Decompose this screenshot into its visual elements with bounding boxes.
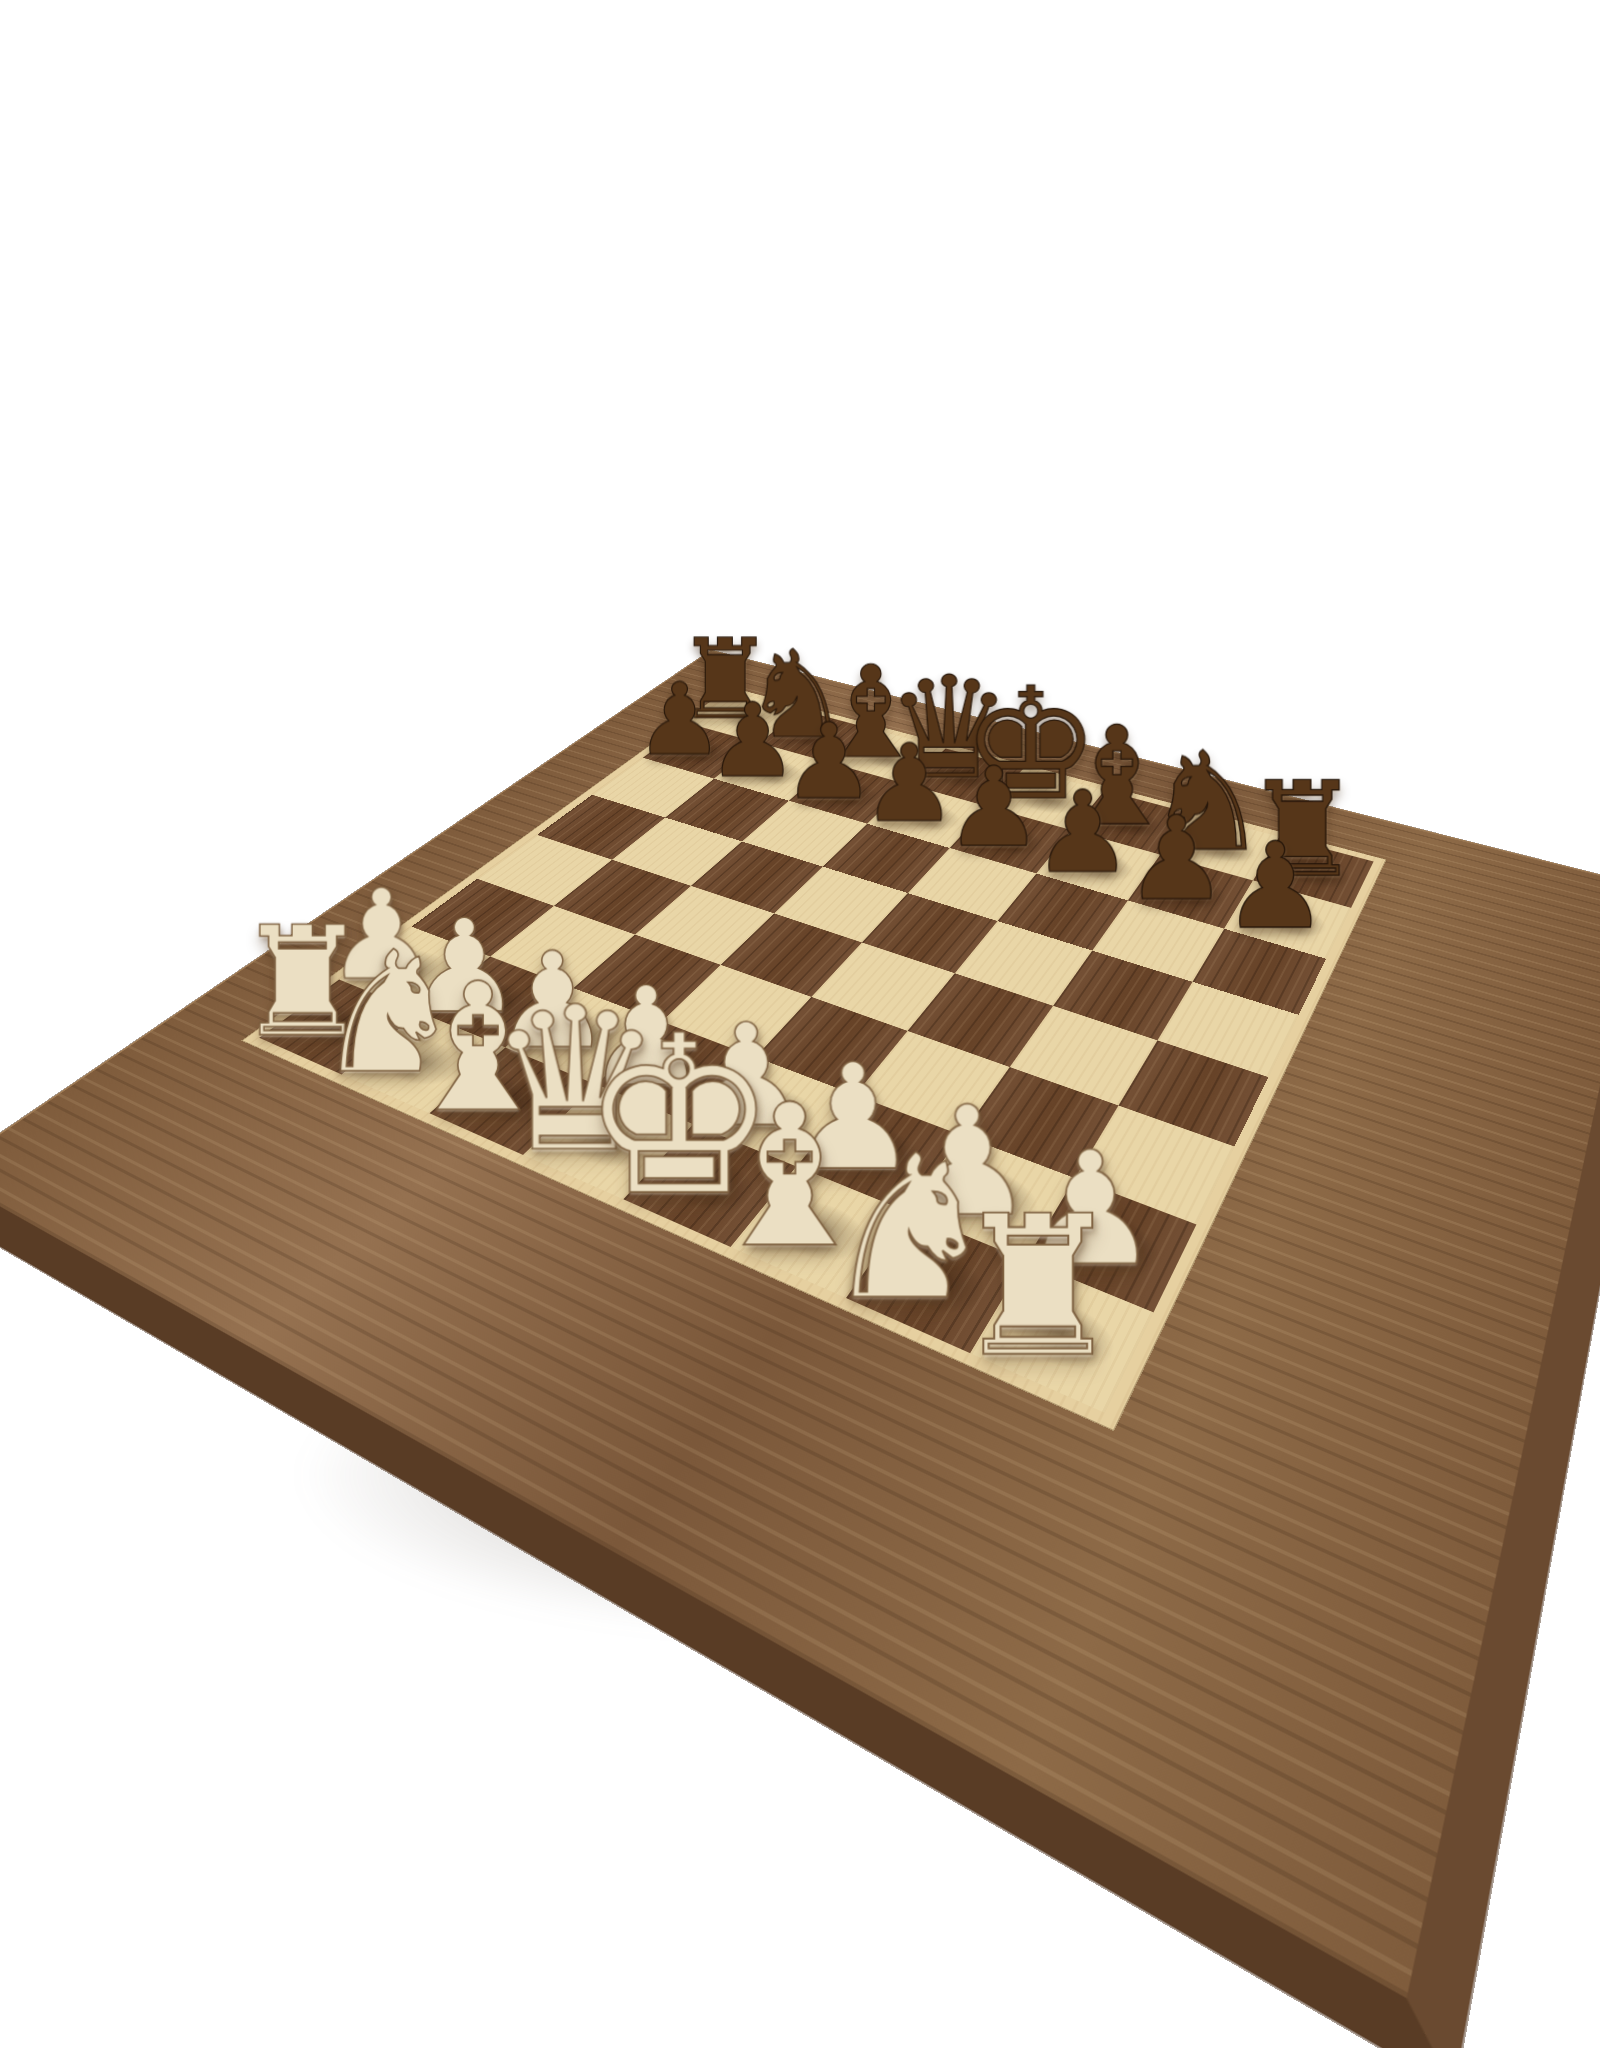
piece-black-pawn-d7: ♟ (862, 733, 958, 834)
board-maple-trim: ♜♞♝♛♚♝♞♜♟♟♟♟♟♟♟♟♟♟♟♟♟♟♟♟♜♞♝♛♚♝♞♜ (241, 687, 1386, 1431)
piece-white-rook-h1: ♜ (951, 1196, 1125, 1378)
piece-black-pawn-h7: ♟ (1222, 830, 1329, 942)
squares-grid: ♜♞♝♛♚♝♞♜♟♟♟♟♟♟♟♟♟♟♟♟♟♟♟♟♜♞♝♛♚♝♞♜ (259, 692, 1373, 1412)
piece-black-pawn-g7: ♟ (1125, 804, 1229, 913)
piece-black-pawn-f7: ♟ (1032, 779, 1133, 885)
product-photo-stage: ♜♞♝♛♚♝♞♜♟♟♟♟♟♟♟♟♟♟♟♟♟♟♟♟♜♞♝♛♚♝♞♜ (0, 0, 1600, 2048)
scene-3d: ♜♞♝♛♚♝♞♜♟♟♟♟♟♟♟♟♟♟♟♟♟♟♟♟♜♞♝♛♚♝♞♜ (0, 0, 1600, 2048)
piece-black-pawn-e7: ♟ (945, 756, 1043, 859)
chess-board: ♜♞♝♛♚♝♞♜♟♟♟♟♟♟♟♟♟♟♟♟♟♟♟♟♜♞♝♛♚♝♞♜ (0, 650, 1600, 2048)
